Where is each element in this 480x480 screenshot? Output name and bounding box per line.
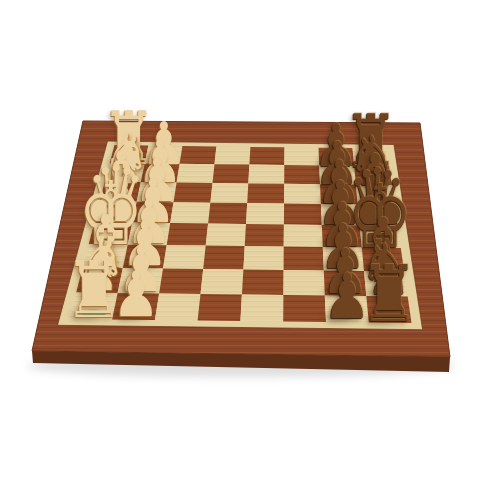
square-a1 [110, 145, 149, 163]
square-d2 [132, 202, 173, 223]
square-f6 [284, 247, 324, 271]
chess-board [0, 0, 480, 480]
square-c2 [137, 182, 177, 202]
square-d3 [170, 202, 210, 223]
square-e6 [284, 225, 323, 248]
square-b8 [354, 166, 392, 185]
square-e4 [206, 224, 246, 247]
square-d7 [321, 204, 360, 225]
square-g8 [364, 271, 408, 297]
square-e8 [360, 225, 401, 248]
square-h1 [69, 293, 117, 320]
square-a2 [145, 146, 183, 164]
square-a6 [284, 147, 319, 165]
square-a5 [249, 147, 284, 165]
square-f1 [83, 244, 128, 268]
square-d4 [208, 203, 247, 224]
square-h5 [240, 295, 283, 322]
square-c4 [210, 183, 248, 203]
square-f8 [362, 248, 404, 272]
square-a8 [353, 148, 390, 166]
square-e5 [245, 224, 284, 247]
square-c5 [247, 183, 284, 203]
square-h7 [325, 296, 369, 323]
square-f7 [323, 247, 364, 271]
square-h6 [283, 295, 326, 322]
square-c8 [356, 185, 395, 205]
square-a4 [215, 147, 251, 165]
square-c7 [320, 184, 358, 204]
square-b1 [105, 163, 145, 182]
square-b2 [141, 163, 180, 182]
square-d1 [94, 201, 136, 222]
square-g1 [76, 268, 123, 293]
square-e7 [322, 225, 362, 248]
square-h8 [366, 296, 411, 323]
square-a7 [319, 148, 355, 166]
square-b6 [284, 165, 320, 184]
square-f5 [243, 246, 283, 270]
square-g4 [201, 269, 244, 294]
square-h3 [155, 294, 201, 321]
square-f3 [163, 245, 206, 269]
square-b3 [177, 164, 215, 183]
square-g2 [118, 268, 163, 293]
square-d5 [246, 203, 284, 224]
chess-photo-scene: ♜♞♝♛♚♝♞♜♟♟♟♟♟♟♟♟♟♟♟♟♟♟♟♟♜♞♝♛♚♝♞♜ [0, 0, 480, 480]
square-g3 [159, 269, 203, 294]
square-e1 [89, 222, 133, 245]
square-a3 [180, 146, 217, 164]
square-c3 [174, 183, 213, 203]
square-e3 [167, 223, 208, 246]
square-c6 [284, 184, 321, 204]
square-b4 [213, 164, 250, 183]
square-b7 [319, 166, 356, 185]
square-h4 [198, 294, 242, 321]
square-d6 [284, 204, 322, 225]
square-g6 [283, 270, 324, 296]
square-d8 [358, 204, 398, 225]
square-f4 [203, 246, 245, 270]
square-e2 [128, 223, 171, 246]
square-g5 [242, 270, 284, 295]
square-b5 [248, 165, 284, 184]
square-c1 [100, 182, 141, 202]
square-h2 [112, 293, 159, 320]
square-f2 [123, 245, 167, 269]
square-g7 [324, 271, 367, 297]
